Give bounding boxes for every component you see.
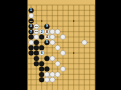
hoshi-point (41, 20, 43, 22)
letterbox-left (0, 0, 28, 90)
white-stone[interactable] (50, 77, 55, 82)
white-stone[interactable] (82, 40, 87, 45)
hoshi-point (73, 20, 75, 22)
go-board[interactable]: 111310971228456 (28, 0, 96, 90)
screenshot-stage: 111310971228456 (0, 0, 120, 90)
white-stone[interactable] (50, 56, 55, 61)
hoshi-point (73, 52, 75, 54)
letterbox-right (96, 0, 121, 90)
white-stone[interactable] (50, 40, 55, 45)
white-stone[interactable] (55, 72, 60, 77)
